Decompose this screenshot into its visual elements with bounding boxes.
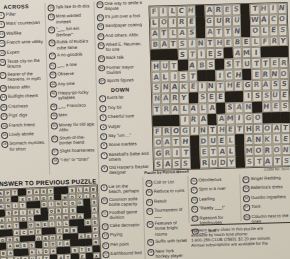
grid-cell: A: [204, 5, 213, 16]
previous-grid-letter: B: [92, 186, 95, 191]
grid-block-cell: [215, 59, 224, 70]
previous-grid-letter: L: [65, 221, 68, 226]
clue-text: New York hockey player: [155, 248, 188, 259]
grid-cell: A: [234, 102, 243, 113]
grid-cell: I: [235, 113, 244, 124]
handwritten-letter: F: [155, 127, 160, 135]
grid-cell: E: [217, 135, 226, 146]
previous-grid-letter: E: [87, 233, 90, 238]
handwritten-letter: D: [219, 158, 225, 166]
clue-number: 62: [97, 23, 104, 30]
previous-grid-letter: A: [35, 189, 38, 194]
clue-number: 46: [50, 90, 57, 97]
clue-number: 36: [48, 40, 55, 47]
handwritten-letter: L: [182, 105, 187, 113]
handwritten-letter: S: [208, 61, 213, 69]
grid-cell: G: [180, 125, 189, 136]
previous-grid-letter: B: [72, 227, 75, 232]
handwritten-letter: H: [153, 62, 159, 71]
clue-number: 4: [100, 124, 107, 131]
grid-cell: T: [214, 26, 223, 37]
grid-cell: T: [159, 28, 168, 39]
grid-cell: L: [227, 146, 236, 157]
grid-cell: T: [272, 155, 281, 166]
clue: 46Happy-go-lucky syllables: [50, 89, 95, 101]
clue-text: Ballerina's dress: [251, 185, 283, 191]
clue-text: Rubik of Rubik's cube fame: [56, 39, 93, 50]
clue-text: Tiny bit: [107, 104, 121, 110]
grid-cell: T: [171, 136, 180, 147]
handwritten-letter: S: [283, 157, 289, 165]
grid-cell: E: [269, 25, 278, 36]
grid-cell: S: [178, 49, 187, 60]
handwritten-letter: R: [255, 125, 260, 133]
clue: 19Bullfight cheers: [0, 93, 46, 101]
clue: 6Mars' counterpart: [0, 20, 44, 28]
clue: 12Cake decorator: [102, 222, 143, 230]
previous-grid-letter: S: [80, 234, 83, 239]
clue-text: One way to settle a dispute: [104, 0, 145, 11]
clue: 38New York hockey player: [147, 248, 188, 259]
grid-cell: S: [270, 79, 279, 90]
grid-cell: T: [205, 38, 214, 49]
handwritten-letter: S: [188, 29, 194, 37]
handwritten-letter: N: [200, 126, 206, 135]
handwritten-letter: T: [254, 59, 259, 67]
handwritten-letter: T: [189, 50, 195, 58]
previous-grid-letter: N: [7, 204, 10, 209]
clue: 63And others: Abbr.: [97, 32, 146, 40]
previous-grid-letter: A: [9, 250, 12, 255]
handwritten-letter: T: [155, 106, 160, 114]
grid-cell: L: [251, 36, 260, 47]
previous-grid-letter: K: [0, 204, 3, 209]
handwritten-letter: H: [216, 39, 222, 47]
handwritten-letter: R: [265, 146, 271, 154]
clue-number: 22: [102, 251, 109, 258]
handwritten-letter: T: [275, 157, 280, 165]
clue-number: 58: [52, 158, 59, 165]
grid-cell: A: [189, 103, 198, 114]
grid-cell: E: [280, 90, 289, 101]
across-clues-column-2: 29Talk like th-th-this33Most-wanted invi…: [47, 3, 97, 167]
previous-grid-letter: L: [8, 217, 11, 222]
across-clue-list-1: 1Pilfer6Mars' counterpart10Waiflike14Fre…: [0, 11, 48, 152]
previous-grid-letter: T: [49, 188, 52, 193]
grid-cell: S: [152, 83, 161, 94]
handwritten-letter: O: [252, 27, 258, 35]
previous-grid-letter: M: [63, 194, 66, 199]
handwritten-letter: T: [162, 29, 167, 37]
phone-answers-note: Answers to any clues in this puzzle are …: [191, 225, 290, 248]
grid-cell: S: [280, 101, 289, 112]
grid-block-cell: [235, 135, 244, 146]
clue-text: Bearer of the heavens, in myth: [7, 71, 45, 82]
handwritten-letter: A: [235, 49, 241, 57]
handwritten-letter: W: [251, 16, 259, 24]
grid-block-cell: [178, 60, 187, 71]
grid-block-cell: [190, 136, 199, 147]
down-header: DOWN: [111, 86, 148, 93]
grid-cell: R: [170, 93, 179, 104]
previous-grid-letter: G: [50, 215, 53, 220]
grid-block-cell: [236, 156, 245, 167]
grid-cell: N: [161, 82, 170, 93]
grid-cell: E: [186, 16, 195, 27]
handwritten-letter: E: [228, 126, 233, 134]
previous-grid-letter: E: [29, 209, 32, 214]
grid-cell: I: [172, 147, 181, 158]
grid-cell: N: [199, 125, 208, 136]
handwritten-letter: O: [280, 70, 287, 78]
clue: 62Sandpaper coating: [97, 22, 146, 30]
grid-cell: S: [181, 158, 190, 169]
clue: 34Features of some bright rooms: [147, 220, 188, 237]
grid-cell: A: [244, 134, 253, 145]
clue: 55Ballerina's dress: [243, 184, 290, 192]
handwritten-letter: T: [171, 40, 176, 48]
handwritten-letter: H: [263, 103, 269, 111]
previous-grid-letter: T: [67, 254, 70, 259]
grid-cell: E: [207, 92, 216, 103]
handwritten-letter: A: [172, 84, 178, 92]
clue-text: "I do" or "Drat!": [60, 157, 90, 163]
grid-cell: I: [268, 3, 277, 14]
previous-grid-letter: S: [44, 242, 47, 247]
previous-grid-letter: E: [58, 235, 61, 240]
grid-cell: E: [281, 133, 290, 144]
previous-grid-letter: E: [92, 193, 95, 198]
grid-cell: Y: [278, 36, 287, 47]
clue: 57Tons: [243, 203, 290, 211]
grid-cell: U: [208, 135, 217, 146]
clue: 29Talk like th-th-this: [47, 3, 92, 11]
handwritten-letter: A: [219, 147, 225, 155]
clue-text: Sports figures: [107, 77, 134, 83]
previous-grid-letter: T: [81, 247, 84, 252]
previous-grid-letter: O: [37, 236, 40, 241]
handwritten-letter: T: [171, 62, 176, 70]
grid-cell: U: [271, 90, 280, 101]
grid-block-cell: [171, 115, 180, 126]
previous-grid-letter: G: [42, 202, 45, 207]
clue: 14French wine valley: [0, 39, 45, 47]
handwritten-letter: U: [162, 62, 168, 70]
grid-block-cell: [207, 114, 216, 125]
handwritten-letter: R: [201, 159, 207, 168]
clue: 4Vulgar: [100, 122, 149, 130]
clue-number: 24: [1, 122, 8, 129]
grid-cell: N: [281, 144, 290, 155]
grid-cell: U: [214, 16, 223, 27]
grid-cell: F: [153, 126, 162, 137]
clue-text: Expert: [7, 49, 20, 55]
handwritten-letter: H: [235, 71, 242, 79]
grid-cell: E: [271, 101, 280, 112]
previous-grid-letter: F: [28, 189, 31, 194]
grid-block-cell: [162, 115, 171, 126]
previous-grid-letter: A: [85, 187, 88, 192]
column-rule: [187, 176, 189, 223]
previous-grid-letter: I: [15, 203, 16, 208]
grid-cell: T: [169, 39, 178, 50]
grid-cell: S: [154, 159, 163, 170]
clue-text: ___ a one: [57, 62, 77, 68]
grid-cell: I: [159, 6, 168, 17]
handwritten-letter: O: [264, 124, 270, 132]
previous-grid-letter: A: [9, 244, 12, 249]
clue-number: 28: [1, 141, 8, 148]
handwritten-letter: U: [210, 158, 216, 166]
clue-text: Say "um ...": [108, 132, 131, 138]
previous-grid-letter: E: [23, 243, 26, 248]
clue-number: 5: [100, 133, 107, 140]
clue-text: Men: [58, 113, 67, 118]
grid-cell: T: [281, 122, 290, 133]
grid-cell: K: [179, 82, 188, 93]
grid-cell: S: [224, 59, 233, 70]
grid-cell: B: [197, 60, 206, 71]
handwritten-letter: I: [175, 149, 178, 157]
handwritten-letter: N: [279, 4, 286, 12]
previous-grid-letter: A: [57, 215, 60, 220]
handwritten-letter: S: [282, 102, 288, 110]
grid-block-cell: [262, 112, 271, 123]
grid-cell: L: [150, 17, 159, 28]
previous-grid-letter: S: [30, 243, 33, 248]
handwritten-letter: I: [162, 8, 165, 16]
handwritten-letter: H: [226, 82, 232, 90]
clue-text: Former mayor Giuliani: [106, 63, 147, 75]
byline: Puzzle by Patrick Merrell: [144, 169, 224, 175]
clue-number: 65: [98, 55, 105, 62]
clue: 11Football game division: [101, 209, 142, 221]
clue-number: 44: [50, 81, 57, 88]
handwritten-letter: E: [188, 18, 194, 26]
clue-number: 54: [242, 176, 249, 183]
clue: 51"Ready ___!": [191, 205, 238, 213]
clue-number: 49: [50, 113, 57, 120]
clue-text: Singer Redding: [250, 175, 280, 181]
grid-block-cell: [160, 50, 169, 61]
grid-cell: H: [186, 6, 195, 17]
handwritten-letter: G: [182, 127, 188, 135]
previous-grid-letter: M: [71, 214, 74, 219]
handwritten-letter: M: [246, 146, 253, 155]
handwritten-letter: T: [190, 72, 196, 80]
previous-grid-letter: T: [94, 233, 97, 238]
clue: 15Expert: [0, 48, 45, 56]
clue: 66Former mayor Giuliani: [98, 63, 147, 75]
handwritten-letter: R: [215, 6, 221, 14]
grid-cell: T: [181, 147, 190, 158]
grid-cell: I: [170, 71, 179, 82]
grid-cell: T: [169, 60, 178, 71]
clue-number: 48: [50, 103, 57, 110]
clue: 13Prying: [102, 231, 143, 239]
handwritten-letter: E: [272, 59, 277, 67]
previous-grid-letter: K: [64, 201, 67, 206]
grid-cell: O: [262, 123, 271, 134]
clue-text: Tons: [251, 204, 260, 209]
grid-cell: S: [245, 156, 254, 167]
grid-cell: N: [254, 134, 263, 145]
handwritten-letter: E: [254, 70, 259, 78]
grid-cell: R: [261, 69, 270, 80]
handwritten-letter: H: [246, 125, 252, 134]
grid-cell: N: [152, 93, 161, 104]
clue-number: 67: [99, 78, 106, 85]
handwritten-letter: Y: [280, 37, 286, 45]
down-clues-column-5: 54Singer Redding55Ballerina's dress56Gum…: [242, 175, 290, 227]
handwritten-letter: T: [208, 39, 213, 47]
clue: 54Singer Redding: [242, 175, 290, 183]
handwritten-letter: U: [215, 17, 221, 25]
grid-cell: H: [151, 61, 160, 72]
previous-grid-letter: I: [65, 208, 66, 213]
clue-number: 13: [102, 232, 109, 239]
grid-cell: R: [269, 36, 278, 47]
handwritten-letter: A: [236, 103, 242, 111]
handwritten-letter: M: [243, 49, 250, 58]
previous-grid-letter: S: [93, 200, 96, 205]
clue-number: 52: [51, 135, 58, 142]
handwritten-letter: I: [271, 5, 274, 13]
grid-block-cell: [234, 91, 243, 102]
grid-cell: L: [161, 71, 170, 82]
handwritten-letter: U: [233, 17, 240, 25]
handwritten-letter: U: [210, 137, 216, 145]
handwritten-letter: I: [238, 114, 241, 122]
grid-cell: Y: [227, 157, 236, 168]
clue-text: Observe: [57, 71, 74, 77]
grid-cell: T: [216, 81, 225, 92]
clue-text: South-of-the-border friend: [59, 134, 96, 145]
clue: 30Reduce to ruins: [146, 188, 187, 196]
clue-text: Lie on the beach, perhaps: [108, 183, 141, 194]
previous-grid-letter: B: [57, 208, 60, 213]
handwritten-letter: R: [191, 116, 197, 124]
across-clue-list-2: 29Talk like th-th-this33Most-wanted invi…: [47, 3, 96, 164]
grid-cell: L: [168, 28, 177, 39]
clue-number: 10: [0, 31, 5, 38]
clue-number: 19: [0, 94, 7, 101]
grid-cell: T: [235, 124, 244, 135]
previous-grid-letter: B: [44, 235, 47, 240]
handwritten-letter: T: [210, 126, 215, 134]
grid-block-cell: [195, 5, 204, 16]
previous-grid-letter: A: [93, 206, 96, 211]
handwritten-letter: A: [218, 115, 224, 123]
handwritten-letter: K: [265, 135, 271, 143]
handwritten-letter: Y: [229, 158, 235, 166]
previous-grid-letter: D: [8, 237, 11, 242]
handwritten-letter: I: [190, 40, 193, 48]
handwritten-letter: L: [228, 136, 233, 144]
handwritten-letter: L: [253, 38, 258, 46]
grid-cell: T: [254, 156, 263, 167]
grid-cell: G: [154, 148, 163, 159]
clue-text: Stomach muscles, for short: [9, 140, 47, 151]
handwritten-letter: T: [257, 157, 262, 165]
grid-block-cell: [260, 47, 269, 58]
handwritten-letter: N: [154, 95, 160, 104]
grid-cell: W: [250, 15, 259, 26]
clue: 58"I do" or "Drat!": [52, 156, 97, 164]
grid-cell: S: [215, 48, 224, 59]
clue-number: 30: [146, 189, 153, 196]
handwritten-letter: O: [279, 15, 286, 23]
grid-cell: R: [177, 17, 186, 28]
down-clues-column-2: 9Lie on the beach, perhaps10Common soda …: [100, 183, 144, 259]
handwritten-letter: R: [163, 105, 168, 113]
grid-block-cell: [190, 147, 199, 158]
handwritten-letter: C: [270, 16, 276, 24]
handwritten-letter: L: [274, 135, 279, 143]
grid-cell: A: [150, 28, 159, 39]
grid-cell: H: [181, 136, 190, 147]
grid-cell: S: [225, 102, 234, 113]
handwritten-letter: S: [154, 84, 159, 92]
previous-grid-letter: O: [1, 237, 4, 242]
previous-grid-letter: B: [2, 251, 5, 256]
clue-number: 35: [48, 27, 55, 34]
grid-cell: N: [244, 102, 253, 113]
handwritten-letter: R: [254, 81, 259, 89]
previous-grid-letter: I: [51, 222, 52, 227]
grid-cell: R: [279, 57, 288, 68]
grid-cell: I: [251, 47, 260, 58]
handwritten-letter: N: [272, 70, 278, 78]
handwritten-letter: S: [183, 159, 189, 167]
handwritten-letter: B: [199, 61, 205, 69]
clue-number: 9: [100, 184, 107, 191]
clue-number: 56: [243, 195, 250, 202]
handwritten-letter: H: [187, 7, 194, 15]
grid-block-cell: [151, 50, 160, 61]
previous-grid-letter: A: [30, 249, 33, 254]
clue-text: Pilfer: [6, 12, 16, 17]
previous-grid-letter: S: [0, 197, 2, 202]
grid-cell: E: [242, 37, 251, 48]
previous-grid-letter: A: [15, 230, 18, 235]
previous-grid-letter: E: [71, 207, 74, 212]
grid-cell: A: [170, 82, 179, 93]
grid-block-cell: [279, 46, 288, 57]
handwritten-letter: N: [198, 39, 204, 48]
grid-cell: A: [162, 137, 171, 148]
down-clue-list-2: 9Lie on the beach, perhaps10Common soda …: [100, 183, 144, 259]
handwritten-letter: L: [262, 27, 267, 35]
grid-cell: G: [243, 80, 252, 91]
clue-text: Common soda bottle capacity: [109, 196, 142, 207]
handwritten-letter: E: [218, 93, 223, 101]
handwritten-letter: A: [172, 105, 178, 113]
grid-cell: R: [162, 126, 171, 137]
grid-cell: Y: [179, 93, 188, 104]
grid-cell: C: [269, 14, 278, 25]
grid-cell: A: [160, 39, 169, 50]
previous-grid-letter: O: [29, 223, 32, 228]
handwritten-letter: A: [162, 40, 167, 48]
handwritten-letter: C: [226, 71, 232, 79]
clue-number: 50: [191, 196, 198, 203]
clue-text: Craziness: [8, 103, 28, 109]
newspaper-page: ACROSS 1Pilfer6Mars' counterpart10Waifli…: [0, 0, 290, 259]
handwritten-letter: R: [225, 17, 231, 25]
clue: 31Result: [146, 198, 187, 206]
grid-cell: U: [232, 15, 241, 26]
